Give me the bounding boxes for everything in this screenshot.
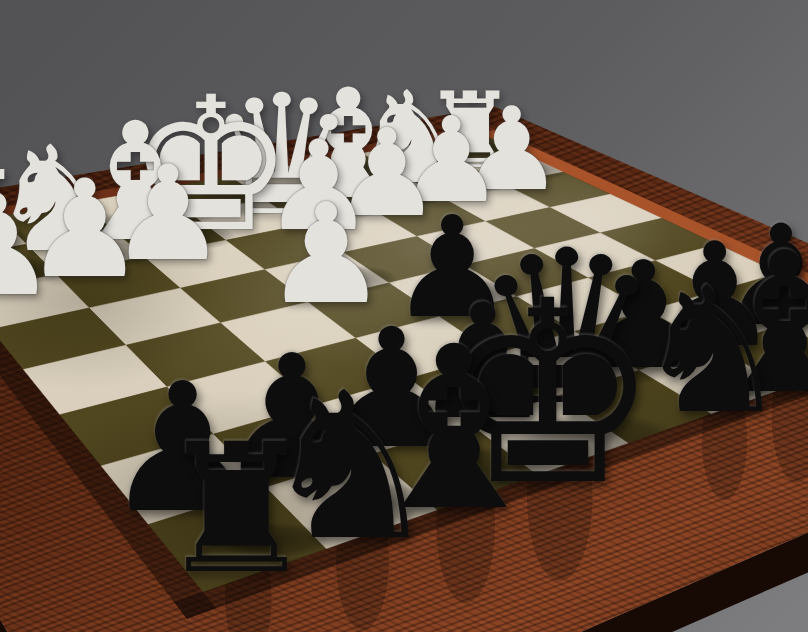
chess-scene: ♜♞♟♝♟♛♟♚♟♝♞♟♜♟♟♟♟♟♟♜♟♝♛♞♟♟♚♟♝♟♞♜ bbox=[0, 0, 808, 632]
piece-white-pawn-h2[interactable]: ♟ bbox=[0, 177, 65, 316]
piece-black-rook-h8[interactable]: ♜ bbox=[147, 420, 326, 599]
